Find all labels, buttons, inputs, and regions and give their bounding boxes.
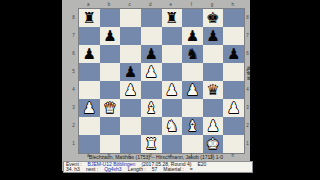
square-d2[interactable] [141, 117, 162, 135]
square-c8[interactable] [120, 9, 141, 27]
rank-label-4: 4 [71, 80, 76, 98]
square-c2[interactable] [120, 117, 141, 135]
white-pawn: ♟ [162, 81, 183, 99]
black-pawn: ♟ [100, 27, 121, 45]
square-h7[interactable] [223, 27, 244, 45]
rank-labels-left: 87654321 [71, 8, 76, 152]
watermark: ≣≣≣ [245, 66, 252, 81]
square-e2[interactable]: ♞ [162, 117, 183, 135]
square-c3[interactable] [120, 99, 141, 117]
square-g4[interactable]: ♛ [203, 81, 224, 99]
square-g8[interactable]: ♚ [203, 9, 224, 27]
video-frame: abcdefgh 87654321 ♜♜♚♟♟♟♟♟♞♟♟♟♟♟♟♛♟♛♝♟♞♝… [0, 0, 320, 180]
white-pawn: ♟ [182, 81, 203, 99]
square-g3[interactable] [203, 99, 224, 117]
black-pawn: ♟ [182, 27, 203, 45]
square-c1[interactable] [120, 135, 141, 153]
square-b3[interactable]: ♛ [100, 99, 121, 117]
square-h3[interactable]: ♟ [223, 99, 244, 117]
rank-label-8: 8 [71, 8, 76, 26]
length-value: 57 [152, 167, 158, 172]
black-pawn: ♟ [203, 27, 224, 45]
black-knight: ♞ [182, 45, 203, 63]
rank-label-2: 2 [71, 116, 76, 134]
square-h5[interactable] [223, 63, 244, 81]
rank-label-1: 1 [71, 134, 76, 152]
pillarbox-left [0, 0, 62, 180]
square-a1[interactable] [79, 135, 100, 153]
file-label-c: c [119, 2, 140, 7]
square-h6[interactable]: ♟ [223, 45, 244, 63]
black-pawn: ♟ [120, 63, 141, 81]
length-label: Length : [128, 167, 146, 172]
white-king: ♚ [203, 135, 224, 153]
material-label: Material : [163, 167, 184, 172]
square-d6[interactable]: ♟ [141, 45, 162, 63]
white-pawn: ♟ [120, 81, 141, 99]
white-knight: ♞ [162, 117, 183, 135]
black-queen: ♛ [203, 81, 224, 99]
square-g1[interactable]: ♚ [203, 135, 224, 153]
rank-label-5: 5 [71, 62, 76, 80]
square-c6[interactable] [120, 45, 141, 63]
white-pawn: ♟ [141, 63, 162, 81]
players-title: Blechzaun, Matthias (1753) -- Hirschmann… [62, 155, 250, 160]
white-bishop: ♝ [182, 117, 203, 135]
white-rook: ♜ [141, 135, 162, 153]
square-g5[interactable] [203, 63, 224, 81]
game-info-panel: Event :BJEM-U12 Böblingen(2017.05.28, Ro… [63, 161, 253, 173]
last-move: 34. h3 [66, 167, 80, 172]
file-label-d: d [140, 2, 161, 7]
rank-label-4: 4 [245, 80, 250, 98]
square-b7[interactable]: ♟ [100, 27, 121, 45]
square-c4[interactable]: ♟ [120, 81, 141, 99]
white-pawn: ♟ [203, 117, 224, 135]
square-h4[interactable] [223, 81, 244, 99]
square-d3[interactable]: ♝ [141, 99, 162, 117]
square-e4[interactable]: ♟ [162, 81, 183, 99]
square-c7[interactable] [120, 27, 141, 45]
square-e8[interactable]: ♜ [162, 9, 183, 27]
square-a6[interactable]: ♟ [79, 45, 100, 63]
square-h2[interactable] [223, 117, 244, 135]
square-f4[interactable]: ♟ [182, 81, 203, 99]
square-e5[interactable] [162, 63, 183, 81]
file-label-h: h [222, 2, 243, 7]
square-g6[interactable] [203, 45, 224, 63]
rank-label-7: 7 [71, 26, 76, 44]
square-f7[interactable]: ♟ [182, 27, 203, 45]
black-pawn: ♟ [79, 45, 100, 63]
rank-label-3: 3 [71, 98, 76, 116]
black-rook: ♜ [79, 9, 100, 27]
square-a8[interactable]: ♜ [79, 9, 100, 27]
material-value: = [190, 166, 193, 172]
board: ♜♜♚♟♟♟♟♟♞♟♟♟♟♟♟♛♟♛♝♟♞♝♟♜♚ [78, 8, 245, 154]
rank-label-1: 1 [245, 134, 250, 152]
rank-label-6: 6 [245, 44, 250, 62]
black-king: ♚ [203, 9, 224, 27]
square-d4[interactable] [141, 81, 162, 99]
file-label-f: f [181, 2, 202, 7]
square-d1[interactable]: ♜ [141, 135, 162, 153]
eco-code: E20 [197, 161, 206, 167]
square-b4[interactable] [100, 81, 121, 99]
file-label-g: g [202, 2, 223, 7]
black-pawn: ♟ [223, 45, 244, 63]
square-b5[interactable] [100, 63, 121, 81]
rank-label-7: 7 [245, 26, 250, 44]
white-bishop: ♝ [141, 99, 162, 117]
rank-label-3: 3 [245, 98, 250, 116]
file-label-e: e [161, 2, 182, 7]
square-e6[interactable] [162, 45, 183, 63]
square-f8[interactable] [182, 9, 203, 27]
square-c5[interactable]: ♟ [120, 63, 141, 81]
square-f6[interactable]: ♞ [182, 45, 203, 63]
file-label-b: b [99, 2, 120, 7]
square-b6[interactable] [100, 45, 121, 63]
black-pawn: ♟ [141, 45, 162, 63]
rank-label-6: 6 [71, 44, 76, 62]
square-a2[interactable] [79, 117, 100, 135]
square-f5[interactable] [182, 63, 203, 81]
rank-label-2: 2 [245, 116, 250, 134]
square-h1[interactable] [223, 135, 244, 153]
square-g2[interactable]: ♟ [203, 117, 224, 135]
square-e7[interactable] [162, 27, 183, 45]
file-label-a: a [78, 2, 99, 7]
move-row: 34. h3next :Qg4xh3Length :57Material := [66, 167, 250, 172]
next-move: Qg4xh3 [104, 167, 122, 172]
square-f3[interactable] [182, 99, 203, 117]
square-b8[interactable] [100, 9, 121, 27]
white-pawn: ♟ [223, 99, 244, 117]
pillarbox-right [250, 0, 320, 180]
white-pawn: ♟ [79, 99, 100, 117]
square-e1[interactable] [162, 135, 183, 153]
square-a3[interactable]: ♟ [79, 99, 100, 117]
square-a5[interactable] [79, 63, 100, 81]
square-a7[interactable] [79, 27, 100, 45]
square-h8[interactable] [223, 9, 244, 27]
square-f1[interactable] [182, 135, 203, 153]
square-d5[interactable]: ♟ [141, 63, 162, 81]
file-labels-top: abcdefgh [78, 2, 243, 7]
square-f2[interactable]: ♝ [182, 117, 203, 135]
square-e3[interactable] [162, 99, 183, 117]
square-d8[interactable] [141, 9, 162, 27]
square-g7[interactable]: ♟ [203, 27, 224, 45]
square-a4[interactable] [79, 81, 100, 99]
square-b1[interactable] [100, 135, 121, 153]
square-b2[interactable] [100, 117, 121, 135]
chess-gui-panel: abcdefgh 87654321 ♜♜♚♟♟♟♟♟♞♟♟♟♟♟♟♛♟♛♝♟♞♝… [62, 0, 250, 171]
rank-label-8: 8 [245, 8, 250, 26]
square-d7[interactable] [141, 27, 162, 45]
white-queen: ♛ [100, 99, 121, 117]
black-rook: ♜ [162, 9, 183, 27]
next-label: next : [86, 167, 98, 172]
